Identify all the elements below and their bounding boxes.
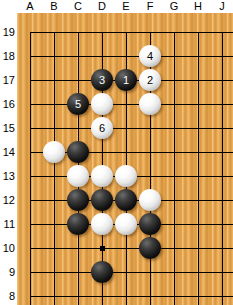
stone-black[interactable]: 5 <box>67 93 89 115</box>
column-label: J <box>219 0 225 13</box>
stone-black[interactable] <box>91 261 113 283</box>
column-label: B <box>50 0 57 13</box>
column-label: D <box>98 0 106 13</box>
stone-black[interactable] <box>91 189 113 211</box>
column-label: F <box>147 0 154 13</box>
column-label: H <box>194 0 202 13</box>
grid-line-vertical <box>30 32 31 305</box>
stone-white[interactable] <box>43 141 65 163</box>
grid-line-vertical <box>198 32 199 305</box>
stone-white[interactable] <box>115 213 137 235</box>
grid-line-horizontal <box>30 32 233 33</box>
stone-white[interactable] <box>139 93 161 115</box>
stone-white[interactable]: 6 <box>91 117 113 139</box>
grid-line-horizontal <box>30 56 233 57</box>
grid-line-horizontal <box>30 248 233 249</box>
grid-line-horizontal <box>30 128 233 129</box>
row-label: 14 <box>0 145 15 159</box>
stone-white[interactable] <box>115 165 137 187</box>
row-label: 11 <box>0 217 15 231</box>
row-label: 17 <box>0 73 15 87</box>
row-label: 13 <box>0 169 15 183</box>
stone-black[interactable] <box>67 213 89 235</box>
stone-black[interactable]: 1 <box>115 69 137 91</box>
stone-number: 5 <box>75 99 81 110</box>
row-label: 9 <box>0 265 15 279</box>
row-label: 10 <box>0 241 15 255</box>
go-board-screenshot: ABCDEFGHJ1918171615141312111098431256 <box>0 0 233 305</box>
column-label: C <box>74 0 82 13</box>
column-label: G <box>170 0 179 13</box>
stone-white[interactable] <box>67 165 89 187</box>
stone-number: 4 <box>147 51 153 62</box>
stone-black[interactable] <box>139 237 161 259</box>
stone-number: 6 <box>99 123 105 134</box>
row-label: 19 <box>0 25 15 39</box>
grid-line-vertical <box>222 32 223 305</box>
stone-number: 1 <box>123 75 129 86</box>
star-point <box>100 246 105 251</box>
column-label: E <box>122 0 129 13</box>
stone-white[interactable] <box>91 165 113 187</box>
row-label: 8 <box>0 289 15 303</box>
row-label: 15 <box>0 121 15 135</box>
stone-white[interactable] <box>91 93 113 115</box>
stone-number: 3 <box>99 75 105 86</box>
grid-line-horizontal <box>30 104 233 105</box>
row-label: 12 <box>0 193 15 207</box>
stone-black[interactable] <box>67 189 89 211</box>
stone-white[interactable] <box>139 189 161 211</box>
column-label: A <box>26 0 33 13</box>
stone-number: 2 <box>147 75 153 86</box>
stone-white[interactable]: 2 <box>139 69 161 91</box>
stone-black[interactable] <box>115 189 137 211</box>
row-label: 16 <box>0 97 15 111</box>
grid-line-vertical <box>174 32 175 305</box>
row-label: 18 <box>0 49 15 63</box>
stone-white[interactable]: 4 <box>139 45 161 67</box>
grid-line-horizontal <box>30 272 233 273</box>
grid-line-horizontal <box>30 296 233 297</box>
stone-black[interactable]: 3 <box>91 69 113 91</box>
grid-line-vertical <box>54 32 55 305</box>
stone-white[interactable] <box>91 213 113 235</box>
stone-black[interactable] <box>67 141 89 163</box>
stone-black[interactable] <box>139 213 161 235</box>
